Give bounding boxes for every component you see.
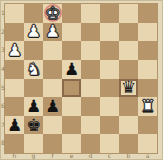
square-d2[interactable]: [81, 23, 100, 42]
square-h5[interactable]: [5, 79, 24, 98]
square-a8[interactable]: [138, 134, 157, 153]
square-d7[interactable]: [81, 116, 100, 135]
square-d6[interactable]: [81, 97, 100, 116]
file-coordinates: hgfedcba: [5, 152, 157, 160]
rank-label: 6: [0, 97, 5, 116]
square-e3[interactable]: [62, 41, 81, 60]
black-pawn[interactable]: ♟: [45, 98, 60, 115]
square-c5[interactable]: [100, 79, 119, 98]
rank-coordinates: 12345678: [0, 4, 5, 153]
square-f5[interactable]: [43, 79, 62, 98]
square-d4[interactable]: [81, 60, 100, 79]
square-c2[interactable]: [100, 23, 119, 42]
square-h1[interactable]: [5, 4, 24, 23]
square-b5[interactable]: ♛: [119, 79, 138, 98]
square-a6[interactable]: ♜: [138, 97, 157, 116]
square-h7[interactable]: ♟: [5, 116, 24, 135]
rank-label: 5: [0, 79, 5, 98]
square-c8[interactable]: [100, 134, 119, 153]
file-label: c: [100, 152, 119, 160]
rank-label: 4: [0, 60, 5, 79]
square-b3[interactable]: [119, 41, 138, 60]
square-a5[interactable]: [138, 79, 157, 98]
rank-label: 7: [0, 116, 5, 135]
square-e4[interactable]: ♟: [62, 60, 81, 79]
square-h6[interactable]: [5, 97, 24, 116]
black-king[interactable]: ♚: [26, 117, 41, 134]
square-f1[interactable]: ♚: [43, 4, 62, 23]
square-h2[interactable]: [5, 23, 24, 42]
black-pawn[interactable]: ♟: [64, 61, 79, 78]
square-c7[interactable]: [100, 116, 119, 135]
black-queen[interactable]: ♛: [121, 79, 136, 96]
square-b8[interactable]: [119, 134, 138, 153]
square-b1[interactable]: [119, 4, 138, 23]
black-pawn[interactable]: ♟: [26, 98, 41, 115]
square-d3[interactable]: [81, 41, 100, 60]
square-e5[interactable]: [62, 79, 81, 98]
square-f8[interactable]: [43, 134, 62, 153]
square-h3[interactable]: ♟: [5, 41, 24, 60]
square-g2[interactable]: ♟: [24, 23, 43, 42]
square-a1[interactable]: [138, 4, 157, 23]
white-rook[interactable]: ♜: [140, 98, 155, 115]
square-a7[interactable]: [138, 116, 157, 135]
square-b4[interactable]: [119, 60, 138, 79]
rank-label: 3: [0, 41, 5, 60]
white-pawn[interactable]: ♟: [26, 23, 41, 40]
file-label: f: [43, 152, 62, 160]
file-label: b: [119, 152, 138, 160]
square-c4[interactable]: [100, 60, 119, 79]
square-f3[interactable]: [43, 41, 62, 60]
chess-board: ♚♟♟♟♞♟♛♟♟♜♟♚: [5, 4, 157, 153]
file-label: g: [24, 152, 43, 160]
square-g3[interactable]: [24, 41, 43, 60]
square-b2[interactable]: [119, 23, 138, 42]
square-g6[interactable]: ♟: [24, 97, 43, 116]
square-f2[interactable]: ♟: [43, 23, 62, 42]
square-f7[interactable]: [43, 116, 62, 135]
rank-label: 8: [0, 134, 5, 153]
square-e7[interactable]: [62, 116, 81, 135]
square-c3[interactable]: [100, 41, 119, 60]
square-g8[interactable]: [24, 134, 43, 153]
square-e2[interactable]: [62, 23, 81, 42]
square-g5[interactable]: [24, 79, 43, 98]
file-label: e: [62, 152, 81, 160]
square-b7[interactable]: [119, 116, 138, 135]
square-f6[interactable]: ♟: [43, 97, 62, 116]
white-pawn[interactable]: ♟: [45, 23, 60, 40]
white-knight[interactable]: ♞: [26, 61, 41, 78]
square-c1[interactable]: [100, 4, 119, 23]
chess-board-frame: ♚♟♟♟♞♟♛♟♟♜♟♚ 12345678 hgfedcba: [0, 0, 163, 160]
white-pawn[interactable]: ♟: [7, 42, 22, 59]
rank-label: 2: [0, 23, 5, 42]
square-g4[interactable]: ♞: [24, 60, 43, 79]
white-king[interactable]: ♚: [45, 5, 60, 22]
file-label: a: [138, 152, 157, 160]
square-d8[interactable]: [81, 134, 100, 153]
black-pawn[interactable]: ♟: [7, 117, 22, 134]
square-e6[interactable]: [62, 97, 81, 116]
square-a4[interactable]: [138, 60, 157, 79]
square-g1[interactable]: [24, 4, 43, 23]
square-b6[interactable]: [119, 97, 138, 116]
square-d5[interactable]: [81, 79, 100, 98]
square-e8[interactable]: [62, 134, 81, 153]
square-f4[interactable]: [43, 60, 62, 79]
square-e1[interactable]: [62, 4, 81, 23]
square-h8[interactable]: [5, 134, 24, 153]
file-label: h: [5, 152, 24, 160]
square-g7[interactable]: ♚: [24, 116, 43, 135]
square-d1[interactable]: [81, 4, 100, 23]
square-a3[interactable]: [138, 41, 157, 60]
square-a2[interactable]: [138, 23, 157, 42]
square-c6[interactable]: [100, 97, 119, 116]
file-label: d: [81, 152, 100, 160]
rank-label: 1: [0, 4, 5, 23]
square-h4[interactable]: [5, 60, 24, 79]
